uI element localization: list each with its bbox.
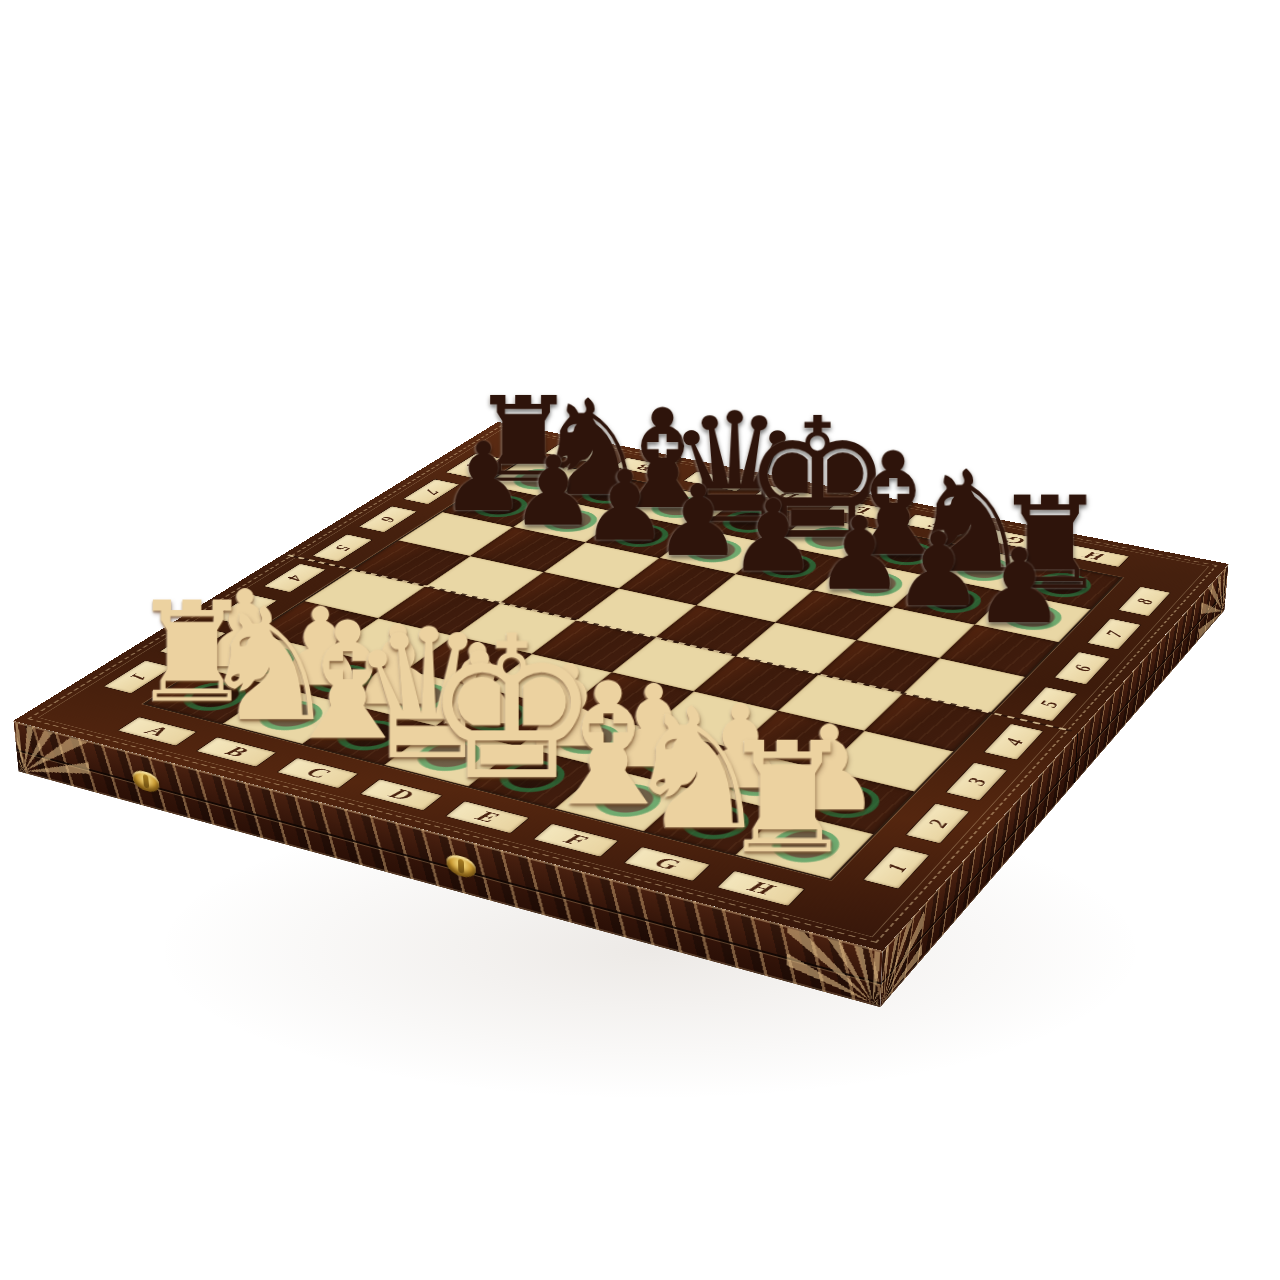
file-label-front-h-text: H — [742, 878, 779, 899]
rank-label-right-5-text: 5 — [1033, 698, 1064, 709]
file-label-front-a-text: A — [140, 723, 174, 740]
file-label-front-e: E — [446, 801, 529, 833]
board-top-face: AABBCCDDEEFFGGHH1122334455667788 ♜♞♝♛♚♝♞… — [13, 422, 1228, 951]
rank-label-right-7: 7 — [1087, 619, 1140, 650]
rank-label-left-5: 5 — [313, 534, 372, 561]
rank-label-right-6-text: 6 — [1067, 663, 1097, 673]
rank-label-right-2: 2 — [906, 804, 969, 844]
rank-label-right-6: 6 — [1055, 652, 1110, 684]
file-label-front-f: F — [534, 824, 618, 857]
file-label-front-g: G — [624, 847, 709, 881]
photo-backdrop: AABBCCDDEEFFGGHH1122334455667788 ♜♞♝♛♚♝♞… — [0, 0, 1280, 1280]
rank-label-left-6-text: 6 — [375, 515, 402, 523]
file-label-back-c-text: C — [703, 476, 729, 488]
file-label-front-b-text: B — [219, 743, 253, 760]
rank-label-right-5: 5 — [1020, 687, 1077, 721]
brass-clasp[interactable] — [132, 768, 160, 794]
rank-label-right-8: 8 — [1119, 587, 1170, 616]
rank-label-right-4: 4 — [984, 724, 1043, 760]
rank-label-left-7-text: 7 — [418, 488, 444, 496]
file-label-front-c: C — [278, 758, 358, 788]
rank-label-right-1-text: 1 — [879, 861, 913, 874]
file-label-front-c-text: C — [300, 764, 334, 782]
rank-label-left-8-text: 8 — [460, 462, 486, 470]
file-label-back-g-text: G — [1002, 534, 1029, 547]
rank-label-right-3-text: 3 — [960, 775, 993, 787]
chess-board: AABBCCDDEEFFGGHH1122334455667788 ♜♞♝♛♚♝♞… — [13, 422, 1228, 951]
rank-label-left-6: 6 — [359, 506, 416, 532]
scene: AABBCCDDEEFFGGHH1122334455667788 ♜♞♝♛♚♝♞… — [0, 0, 1280, 1280]
file-label-front-f-text: F — [559, 831, 593, 850]
rank-label-right-1: 1 — [864, 847, 929, 889]
file-label-front-g-text: G — [649, 854, 685, 874]
file-label-front-b: B — [197, 737, 276, 766]
brass-clasp[interactable] — [446, 853, 476, 881]
file-label-front-h: H — [718, 871, 805, 906]
file-label-back-a-text: A — [564, 448, 590, 459]
rank-label-right-8-text: 8 — [1130, 597, 1159, 606]
file-label-front-d-text: D — [383, 786, 419, 804]
piece-white-rook-h1[interactable]: ♜ — [737, 811, 875, 879]
file-label-back-b-text: B — [633, 462, 659, 473]
rank-label-left-5-text: 5 — [329, 544, 356, 553]
file-label-front-a: A — [118, 717, 196, 745]
rank-label-right-4-text: 4 — [998, 736, 1030, 747]
file-label-back-e-text: E — [849, 504, 875, 516]
rank-label-right-7-text: 7 — [1099, 629, 1129, 639]
rank-label-right-3: 3 — [946, 763, 1007, 801]
rook-glyph: ♜ — [719, 733, 856, 863]
rank-label-right-2-text: 2 — [921, 817, 955, 830]
file-label-back-d-text: D — [775, 490, 802, 502]
file-label-front-e-text: E — [470, 808, 504, 827]
file-label-back-f-text: F — [925, 519, 951, 531]
